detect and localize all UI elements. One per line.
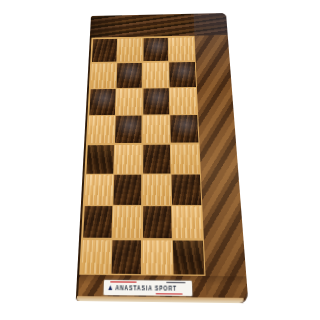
- board-square: [86, 145, 114, 174]
- board-square: [90, 63, 116, 88]
- board-square: [143, 240, 173, 274]
- board-square: [84, 175, 113, 205]
- board-square: [116, 89, 142, 115]
- board-square: [173, 207, 203, 239]
- board-square: [169, 37, 194, 61]
- board-square: [112, 240, 142, 274]
- board-square: [117, 38, 142, 62]
- board-side-edge: [77, 296, 244, 303]
- board-square: [92, 38, 117, 62]
- board-square: [143, 206, 172, 238]
- board-square: [143, 37, 168, 61]
- brand-name: ANASTASIA SPORT: [115, 285, 177, 292]
- board-square: [113, 206, 142, 238]
- brand-label: ▲ ANASTASIA SPORT: [104, 280, 193, 296]
- brand-label-main-row: ▲ ANASTASIA SPORT: [107, 284, 190, 293]
- board-square: [143, 62, 168, 87]
- board-square: [143, 175, 171, 205]
- board-square: [83, 206, 112, 238]
- product-photo-canvas: ▲ ANASTASIA SPORT: [0, 0, 320, 320]
- board-square: [143, 144, 170, 173]
- board-square: [143, 116, 170, 143]
- board-square: [172, 175, 201, 205]
- board-square: [173, 240, 204, 274]
- board-square: [81, 240, 111, 274]
- board-square: [171, 115, 198, 143]
- board-square: [170, 88, 197, 114]
- label-fineprint-red-bottom: [156, 293, 183, 295]
- board-square: [169, 62, 195, 87]
- board-square: [117, 63, 142, 88]
- board-square: [171, 144, 199, 173]
- board-square: [143, 88, 169, 114]
- board-square: [89, 89, 115, 115]
- board-square: [114, 145, 141, 174]
- board-grid: [79, 36, 205, 276]
- brand-logo-triangle-icon: ▲: [107, 284, 114, 292]
- board-square: [115, 116, 142, 143]
- label-fineprint-grey-top: [166, 282, 186, 284]
- board-square: [87, 116, 114, 143]
- folding-chessboard: ▲ ANASTASIA SPORT: [76, 13, 249, 303]
- label-fineprint-red-top: [110, 282, 136, 284]
- board-square: [113, 175, 141, 205]
